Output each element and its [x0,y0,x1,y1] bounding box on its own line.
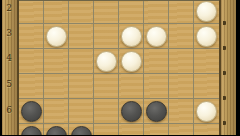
black-disc[interactable] [71,126,92,136]
board-cell-r2-c2[interactable] [44,0,69,24]
board-cell-r5-c4[interactable] [94,74,119,99]
row-label-6: 6 [2,105,16,115]
board-cell-r6-c5[interactable] [119,99,144,124]
white-disc[interactable] [121,51,142,72]
board-cell-r2-c3[interactable] [69,0,94,24]
board-cell-r2-c6[interactable] [144,0,169,24]
board-cell-r6-c6[interactable] [144,99,169,124]
white-disc[interactable] [146,26,167,47]
board-cell-r4-c7[interactable] [169,49,194,74]
board-cell-r3-c1[interactable] [19,24,44,49]
board-cell-r4-c2[interactable] [44,49,69,74]
row-label-4: 4 [2,53,16,63]
board-cell-r3-c4[interactable] [94,24,119,49]
white-disc[interactable] [196,1,217,22]
board-cell-r3-c2[interactable] [44,24,69,49]
row-label-3: 3 [2,28,16,38]
board-cell-r3-c6[interactable] [144,24,169,49]
board-cell-r3-c3[interactable] [69,24,94,49]
board-cell-r6-c4[interactable] [94,99,119,124]
row-label-5: 5 [2,79,16,89]
white-disc[interactable] [121,26,142,47]
board-cell-r2-c7[interactable] [169,0,194,24]
board-cell-r6-c7[interactable] [169,99,194,124]
board-cell-r3-c5[interactable] [119,24,144,49]
board-cell-r7-c4[interactable] [94,124,119,135]
board-cell-r2-c8[interactable] [194,0,219,24]
board-cell-r7-c3[interactable] [69,124,94,135]
board-cell-r6-c2[interactable] [44,99,69,124]
game-board [19,0,219,135]
frame-notch [223,121,226,125]
black-disc[interactable] [21,126,42,136]
game-screen: 23456 [0,0,240,135]
board-cell-r5-c1[interactable] [19,74,44,99]
black-disc[interactable] [21,101,42,122]
board-cell-r4-c5[interactable] [119,49,144,74]
board-cell-r4-c4[interactable] [94,49,119,74]
board-cell-r2-c4[interactable] [94,0,119,24]
board-frame-right [219,0,236,135]
board-cell-r2-c1[interactable] [19,0,44,24]
board-cell-r5-c5[interactable] [119,74,144,99]
board-cell-r6-c3[interactable] [69,99,94,124]
board-cell-r7-c8[interactable] [194,124,219,135]
board-grid [19,0,219,135]
white-disc[interactable] [196,26,217,47]
board-cell-r5-c2[interactable] [44,74,69,99]
board-cell-r5-c6[interactable] [144,74,169,99]
board-cell-r7-c6[interactable] [144,124,169,135]
black-disc[interactable] [146,101,167,122]
board-cell-r3-c8[interactable] [194,24,219,49]
board-cell-r5-c7[interactable] [169,74,194,99]
board-cell-r5-c3[interactable] [69,74,94,99]
board-cell-r6-c1[interactable] [19,99,44,124]
white-disc[interactable] [196,101,217,122]
white-disc[interactable] [46,26,67,47]
row-label-2: 2 [2,3,16,13]
frame-notch [223,71,226,75]
board-cell-r5-c8[interactable] [194,74,219,99]
board-cell-r3-c7[interactable] [169,24,194,49]
board-cell-r7-c7[interactable] [169,124,194,135]
board-cell-r4-c6[interactable] [144,49,169,74]
board-frame-left: 23456 [2,0,19,135]
frame-notch [223,96,226,100]
board-cell-r4-c1[interactable] [19,49,44,74]
board-cell-r2-c5[interactable] [119,0,144,24]
board-cell-r7-c1[interactable] [19,124,44,135]
black-disc[interactable] [121,101,142,122]
grid-top-line [19,0,219,1]
board-cell-r7-c5[interactable] [119,124,144,135]
frame-notch [223,21,226,25]
board-cell-r4-c8[interactable] [194,49,219,74]
board-cell-r6-c8[interactable] [194,99,219,124]
board-cell-r7-c2[interactable] [44,124,69,135]
board-cell-r4-c3[interactable] [69,49,94,74]
white-disc[interactable] [96,51,117,72]
black-disc[interactable] [46,126,67,136]
frame-notch [223,46,226,50]
